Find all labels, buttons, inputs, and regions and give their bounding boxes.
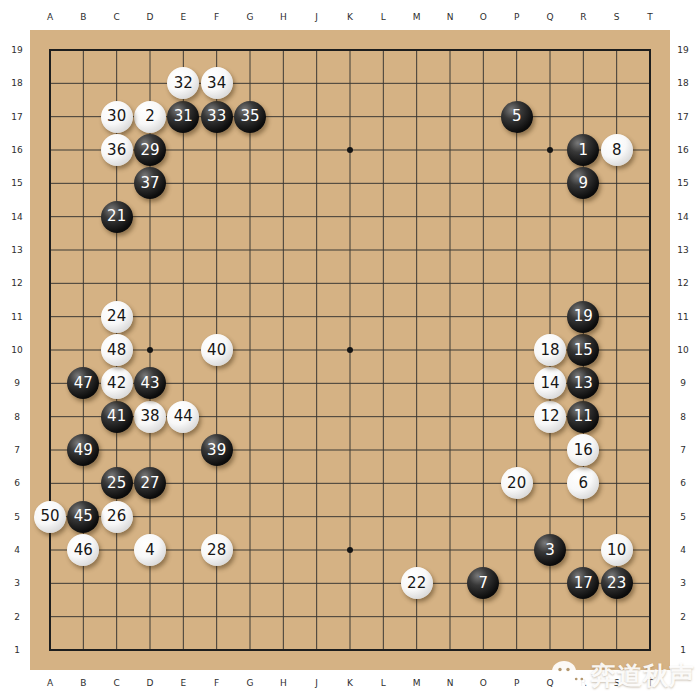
stone-10-white-S4: 10 [601, 534, 633, 566]
column-label-bottom: H [280, 678, 287, 688]
row-label-left: 15 [11, 178, 22, 188]
row-label-right: 10 [677, 345, 688, 355]
column-label-top: J [315, 12, 318, 22]
stone-38-white-D8: 38 [134, 401, 166, 433]
column-label-top: S [614, 12, 620, 22]
row-label-right: 1 [680, 645, 686, 655]
stone-1-black-R16: 1 [567, 134, 599, 166]
stone-21-black-C14: 21 [101, 201, 133, 233]
column-label-bottom: K [347, 678, 353, 688]
column-label-bottom: N [447, 678, 454, 688]
stone-41-black-C8: 41 [101, 401, 133, 433]
column-label-top: T [647, 12, 653, 22]
column-label-bottom: D [147, 678, 154, 688]
stone-20-white-P6: 20 [501, 467, 533, 499]
column-label-bottom: S [614, 678, 620, 688]
row-label-right: 17 [677, 112, 688, 122]
stone-43-black-D9: 43 [134, 367, 166, 399]
column-label-bottom: J [315, 678, 318, 688]
row-label-left: 11 [11, 312, 22, 322]
stone-46-white-B4: 46 [67, 534, 99, 566]
column-label-bottom: E [180, 678, 186, 688]
row-label-right: 7 [680, 445, 686, 455]
row-label-right: 9 [680, 378, 686, 388]
stone-2-white-D17: 2 [134, 101, 166, 133]
stone-34-white-F18: 34 [201, 67, 233, 99]
row-label-right: 2 [680, 612, 686, 622]
stone-40-white-F10: 40 [201, 334, 233, 366]
row-label-right: 5 [680, 512, 686, 522]
column-label-bottom: G [247, 678, 254, 688]
stone-28-white-F4: 28 [201, 534, 233, 566]
stone-30-white-C17: 30 [101, 101, 133, 133]
row-label-left: 19 [11, 45, 22, 55]
stone-11-black-R8: 11 [567, 401, 599, 433]
column-label-top: F [214, 12, 219, 22]
stone-32-white-E18: 32 [167, 67, 199, 99]
column-label-top: C [114, 12, 120, 22]
column-label-bottom: P [514, 678, 519, 688]
stone-14-white-Q9: 14 [534, 367, 566, 399]
stone-15-black-R10: 15 [567, 334, 599, 366]
stone-45-black-B5: 45 [67, 501, 99, 533]
column-label-bottom: M [413, 678, 421, 688]
stone-26-white-C5: 26 [101, 501, 133, 533]
column-label-bottom: L [381, 678, 386, 688]
row-label-left: 14 [11, 212, 22, 222]
row-label-left: 18 [11, 78, 22, 88]
stone-48-white-C10: 48 [101, 334, 133, 366]
stone-31-black-E17: 31 [167, 101, 199, 133]
row-label-left: 13 [11, 245, 22, 255]
column-label-top: N [447, 12, 454, 22]
column-label-top: P [514, 12, 519, 22]
column-label-top: B [80, 12, 86, 22]
row-label-right: 3 [680, 578, 686, 588]
stone-36-white-C16: 36 [101, 134, 133, 166]
row-label-right: 16 [677, 145, 688, 155]
row-label-right: 12 [677, 278, 688, 288]
row-label-right: 19 [677, 45, 688, 55]
row-label-left: 2 [14, 612, 20, 622]
column-label-top: Q [546, 12, 553, 22]
row-label-left: 17 [11, 112, 22, 122]
stone-25-black-C6: 25 [101, 467, 133, 499]
row-label-right: 14 [677, 212, 688, 222]
row-label-left: 6 [14, 478, 20, 488]
stone-42-white-C9: 42 [101, 367, 133, 399]
stone-37-black-D15: 37 [134, 167, 166, 199]
stone-18-white-Q10: 18 [534, 334, 566, 366]
column-label-top: H [280, 12, 287, 22]
stone-19-black-R11: 19 [567, 301, 599, 333]
column-label-top: R [580, 12, 586, 22]
column-label-top: M [413, 12, 421, 22]
stone-39-black-F7: 39 [201, 434, 233, 466]
row-label-left: 1 [14, 645, 20, 655]
column-label-top: E [180, 12, 186, 22]
row-label-right: 8 [680, 412, 686, 422]
stone-49-black-B7: 49 [67, 434, 99, 466]
column-label-top: D [147, 12, 154, 22]
row-label-left: 9 [14, 378, 20, 388]
stone-47-black-B9: 47 [67, 367, 99, 399]
row-label-right: 4 [680, 545, 686, 555]
row-label-left: 16 [11, 145, 22, 155]
row-label-left: 8 [14, 412, 20, 422]
row-label-right: 6 [680, 478, 686, 488]
row-label-right: 13 [677, 245, 688, 255]
column-label-top: G [247, 12, 254, 22]
stone-12-white-Q8: 12 [534, 401, 566, 433]
stone-16-white-R7: 16 [567, 434, 599, 466]
row-label-left: 3 [14, 578, 20, 588]
stone-7-black-O3: 7 [467, 567, 499, 599]
row-label-left: 12 [11, 278, 22, 288]
column-label-bottom: B [80, 678, 86, 688]
row-label-left: 4 [14, 545, 20, 555]
stone-35-black-G17: 35 [234, 101, 266, 133]
column-label-bottom: T [647, 678, 653, 688]
stone-23-black-S3: 23 [601, 567, 633, 599]
column-label-bottom: F [214, 678, 219, 688]
go-diagram: AA1919BB1818CC1717DD1616EE1515FF1414GG13… [0, 0, 700, 700]
stone-13-black-R9: 13 [567, 367, 599, 399]
stone-17-black-R3: 17 [567, 567, 599, 599]
row-label-right: 18 [677, 78, 688, 88]
stone-33-black-F17: 33 [201, 101, 233, 133]
stone-5-black-P17: 5 [501, 101, 533, 133]
row-label-left: 10 [11, 345, 22, 355]
column-label-bottom: Q [546, 678, 553, 688]
stone-6-white-R6: 6 [567, 467, 599, 499]
row-label-right: 15 [677, 178, 688, 188]
column-label-bottom: R [580, 678, 586, 688]
row-label-right: 11 [677, 312, 688, 322]
stone-44-white-E8: 44 [167, 401, 199, 433]
stone-29-black-D16: 29 [134, 134, 166, 166]
stone-27-black-D6: 27 [134, 467, 166, 499]
column-label-top: K [347, 12, 353, 22]
stone-4-white-D4: 4 [134, 534, 166, 566]
row-label-left: 7 [14, 445, 20, 455]
stone-24-white-C11: 24 [101, 301, 133, 333]
column-label-top: A [47, 12, 53, 22]
stone-22-white-M3: 22 [401, 567, 433, 599]
column-label-top: O [480, 12, 487, 22]
row-label-left: 5 [14, 512, 20, 522]
column-label-bottom: C [114, 678, 120, 688]
stone-9-black-R15: 9 [567, 167, 599, 199]
stone-8-white-S16: 8 [601, 134, 633, 166]
column-label-bottom: O [480, 678, 487, 688]
column-label-bottom: A [47, 678, 53, 688]
stone-50-white-A5: 50 [34, 501, 66, 533]
column-label-top: L [381, 12, 386, 22]
stone-3-black-Q4: 3 [534, 534, 566, 566]
